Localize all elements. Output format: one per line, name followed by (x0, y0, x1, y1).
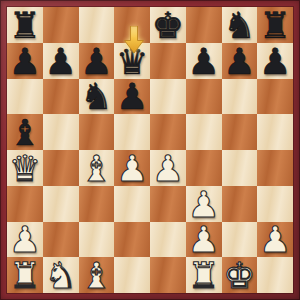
square-e4[interactable]: ♟ (150, 150, 186, 186)
black-bishop[interactable]: ♝ (9, 116, 41, 150)
square-g3[interactable] (222, 186, 258, 222)
square-g4[interactable] (222, 150, 258, 186)
square-e7[interactable] (150, 43, 186, 79)
black-rook[interactable]: ♜ (9, 9, 41, 43)
square-h8[interactable]: ♜ (257, 7, 293, 43)
white-pawn[interactable]: ♟ (152, 152, 184, 186)
black-pawn[interactable]: ♟ (80, 45, 112, 79)
square-d5[interactable] (114, 114, 150, 150)
white-queen[interactable]: ♛ (9, 152, 41, 186)
square-f7[interactable]: ♟ (186, 43, 222, 79)
square-d8[interactable] (114, 7, 150, 43)
square-g1[interactable]: ♚ (222, 257, 258, 293)
square-g2[interactable] (222, 222, 258, 258)
square-b5[interactable] (43, 114, 79, 150)
white-king[interactable]: ♚ (223, 259, 255, 293)
square-a6[interactable] (7, 79, 43, 115)
square-f8[interactable] (186, 7, 222, 43)
square-a3[interactable] (7, 186, 43, 222)
square-d4[interactable]: ♟ (114, 150, 150, 186)
square-f1[interactable]: ♜ (186, 257, 222, 293)
square-e8[interactable]: ♚ (150, 7, 186, 43)
square-b7[interactable]: ♟ (43, 43, 79, 79)
white-pawn[interactable]: ♟ (9, 223, 41, 257)
square-f6[interactable] (186, 79, 222, 115)
square-c7[interactable]: ♟ (79, 43, 115, 79)
square-g8[interactable]: ♞ (222, 7, 258, 43)
white-pawn[interactable]: ♟ (259, 223, 291, 257)
square-c2[interactable] (79, 222, 115, 258)
black-pawn[interactable]: ♟ (9, 45, 41, 79)
black-pawn[interactable]: ♟ (44, 45, 76, 79)
black-king[interactable]: ♚ (152, 9, 184, 43)
black-knight[interactable]: ♞ (223, 9, 255, 43)
square-h3[interactable] (257, 186, 293, 222)
square-b8[interactable] (43, 7, 79, 43)
white-pawn[interactable]: ♟ (187, 188, 219, 222)
white-bishop[interactable]: ♝ (80, 259, 112, 293)
square-a5[interactable]: ♝ (7, 114, 43, 150)
square-a2[interactable]: ♟ (7, 222, 43, 258)
white-bishop[interactable]: ♝ (80, 152, 112, 186)
square-c4[interactable]: ♝ (79, 150, 115, 186)
square-b1[interactable]: ♞ (43, 257, 79, 293)
square-c3[interactable] (79, 186, 115, 222)
black-pawn[interactable]: ♟ (116, 80, 148, 114)
square-h2[interactable]: ♟ (257, 222, 293, 258)
square-c8[interactable] (79, 7, 115, 43)
square-f3[interactable]: ♟ (186, 186, 222, 222)
square-b4[interactable] (43, 150, 79, 186)
square-e2[interactable] (150, 222, 186, 258)
square-h7[interactable]: ♟ (257, 43, 293, 79)
square-f4[interactable] (186, 150, 222, 186)
square-e6[interactable] (150, 79, 186, 115)
black-rook[interactable]: ♜ (259, 9, 291, 43)
square-c5[interactable] (79, 114, 115, 150)
square-d1[interactable] (114, 257, 150, 293)
white-pawn[interactable]: ♟ (116, 152, 148, 186)
square-e5[interactable] (150, 114, 186, 150)
square-e1[interactable] (150, 257, 186, 293)
square-f5[interactable] (186, 114, 222, 150)
square-h5[interactable] (257, 114, 293, 150)
white-pawn[interactable]: ♟ (187, 223, 219, 257)
square-c6[interactable]: ♞ (79, 79, 115, 115)
square-b2[interactable] (43, 222, 79, 258)
black-pawn[interactable]: ♟ (187, 45, 219, 79)
square-a1[interactable]: ♜ (7, 257, 43, 293)
white-rook[interactable]: ♜ (9, 259, 41, 293)
square-a8[interactable]: ♜ (7, 7, 43, 43)
square-d2[interactable] (114, 222, 150, 258)
square-b6[interactable] (43, 79, 79, 115)
square-d6[interactable]: ♟ (114, 79, 150, 115)
square-e3[interactable] (150, 186, 186, 222)
square-d7[interactable]: ♛ (114, 43, 150, 79)
chess-board: ♜♚♞♜♟♟♟♛♟♟♟♞♟♝♛♝♟♟♟♟♟♟♜♞♝♜♚ (7, 7, 293, 293)
square-h6[interactable] (257, 79, 293, 115)
white-knight[interactable]: ♞ (44, 259, 76, 293)
square-a4[interactable]: ♛ (7, 150, 43, 186)
square-a7[interactable]: ♟ (7, 43, 43, 79)
square-h1[interactable] (257, 257, 293, 293)
white-rook[interactable]: ♜ (187, 259, 219, 293)
square-g5[interactable] (222, 114, 258, 150)
black-knight[interactable]: ♞ (80, 80, 112, 114)
black-queen[interactable]: ♛ (116, 45, 148, 79)
square-h4[interactable] (257, 150, 293, 186)
square-b3[interactable] (43, 186, 79, 222)
board-frame: ♜♚♞♜♟♟♟♛♟♟♟♞♟♝♛♝♟♟♟♟♟♟♜♞♝♜♚ (0, 0, 300, 300)
square-d3[interactable] (114, 186, 150, 222)
square-f2[interactable]: ♟ (186, 222, 222, 258)
square-g6[interactable] (222, 79, 258, 115)
square-c1[interactable]: ♝ (79, 257, 115, 293)
square-g7[interactable]: ♟ (222, 43, 258, 79)
black-pawn[interactable]: ♟ (223, 45, 255, 79)
black-pawn[interactable]: ♟ (259, 45, 291, 79)
